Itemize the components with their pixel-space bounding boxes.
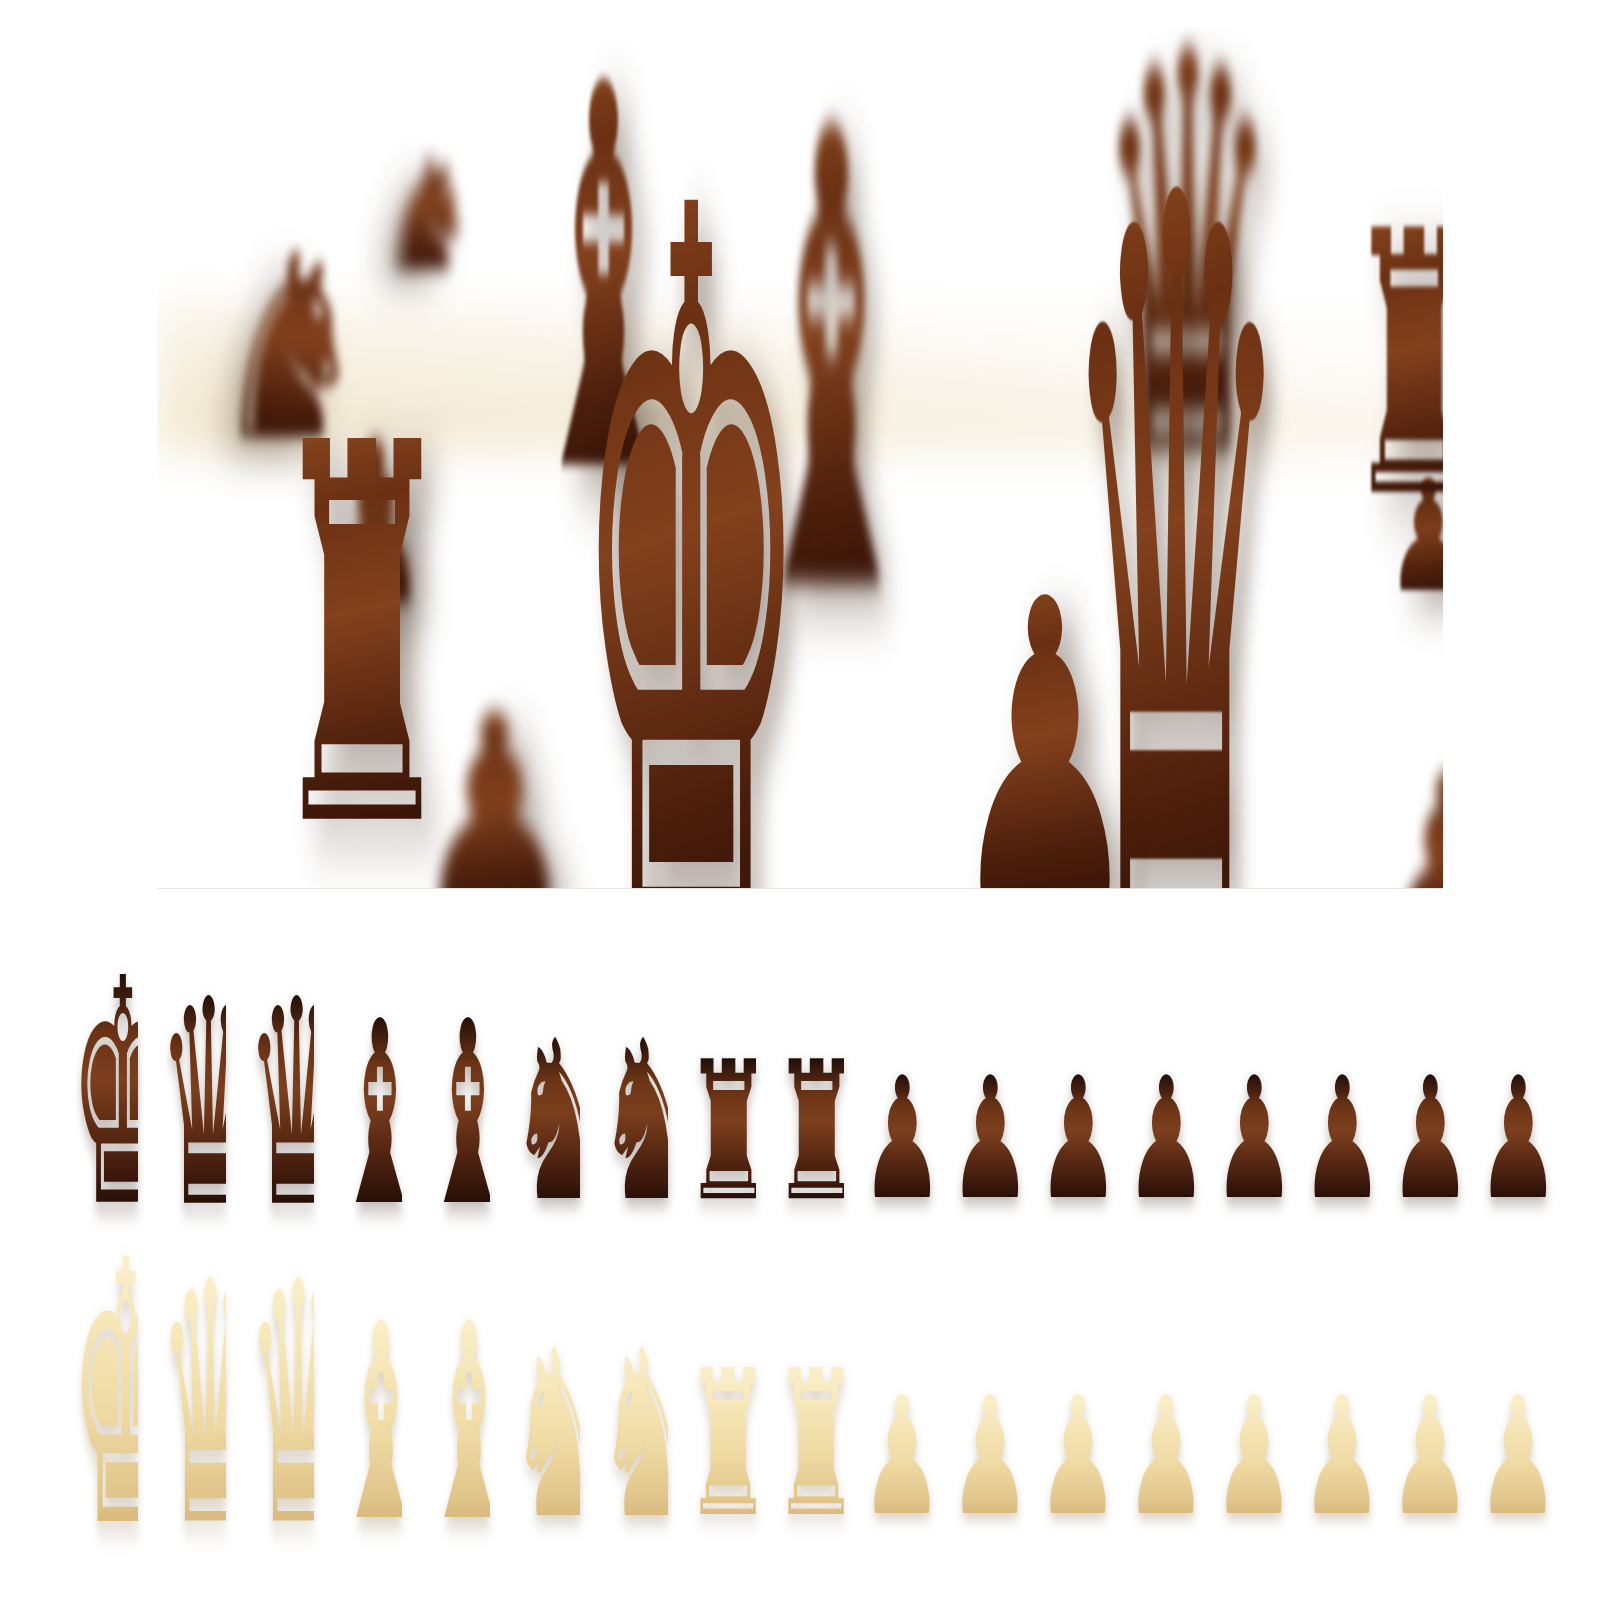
photo-knight-2: ♞	[378, 137, 477, 293]
photo-rook-10: ♜	[1346, 186, 1443, 549]
light-pawn: ♟	[1213, 1375, 1283, 1538]
light-rook: ♜	[772, 1344, 844, 1546]
dark-knight: ♞	[508, 1013, 580, 1234]
dark-bishop: ♝	[422, 987, 491, 1240]
light-knight: ♞	[508, 1320, 580, 1552]
dark-pawn: ♟	[1037, 1055, 1107, 1223]
dark-rook: ♜	[684, 1036, 756, 1228]
light-bishop: ♝	[334, 1289, 403, 1559]
dark-pawn: ♟	[1213, 1055, 1283, 1223]
dark-pawn: ♟	[949, 1055, 1019, 1223]
dark-bishop: ♝	[334, 987, 403, 1240]
light-pawn: ♟	[1389, 1375, 1459, 1538]
dark-knight: ♞	[596, 1013, 668, 1234]
light-king: ♚	[70, 1214, 139, 1577]
light-rook: ♜	[684, 1344, 756, 1546]
dark-pawn: ♟	[1125, 1055, 1195, 1223]
product-photo: ♞♞♝♜♟♚♝♛♛♜♟♟♟♟	[157, 28, 1443, 889]
photo-rook-4: ♜	[268, 378, 457, 889]
light-bishop: ♝	[422, 1289, 491, 1559]
light-pawn: ♟	[861, 1375, 931, 1538]
dark-rook: ♜	[772, 1036, 844, 1228]
light-pawn: ♟	[949, 1375, 1019, 1538]
photo-pawn-12: ♟	[948, 546, 1142, 889]
dark-pawn: ♟	[1301, 1055, 1371, 1223]
light-queen: ♛	[246, 1239, 315, 1572]
light-pawn: ♟	[1037, 1375, 1107, 1538]
dark-pieces-row: ♚♛♛♝♝♞♞♜♜♟♟♟♟♟♟♟♟	[60, 932, 1556, 1192]
photo-pawn-14: ♟	[1380, 744, 1443, 889]
dark-pawn: ♟	[1389, 1055, 1459, 1223]
light-queen: ♛	[158, 1239, 227, 1572]
dark-pawn: ♟	[1477, 1055, 1547, 1223]
light-pawn: ♟	[1301, 1375, 1371, 1538]
light-pawn: ♟	[1477, 1375, 1547, 1538]
light-pawn: ♟	[1125, 1375, 1195, 1538]
dark-pawn: ♟	[861, 1055, 931, 1223]
dark-queen: ♛	[246, 962, 315, 1246]
light-pieces-row: ♚♛♛♝♝♞♞♜♜♟♟♟♟♟♟♟♟	[60, 1208, 1556, 1508]
page: ♞♞♝♜♟♚♝♛♛♜♟♟♟♟ ♚♛♛♝♝♞♞♜♜♟♟♟♟♟♟♟♟ ♚♛♛♝♝♞♞…	[0, 0, 1600, 1600]
light-knight: ♞	[596, 1320, 668, 1552]
photo-king-6: ♚	[573, 85, 810, 889]
